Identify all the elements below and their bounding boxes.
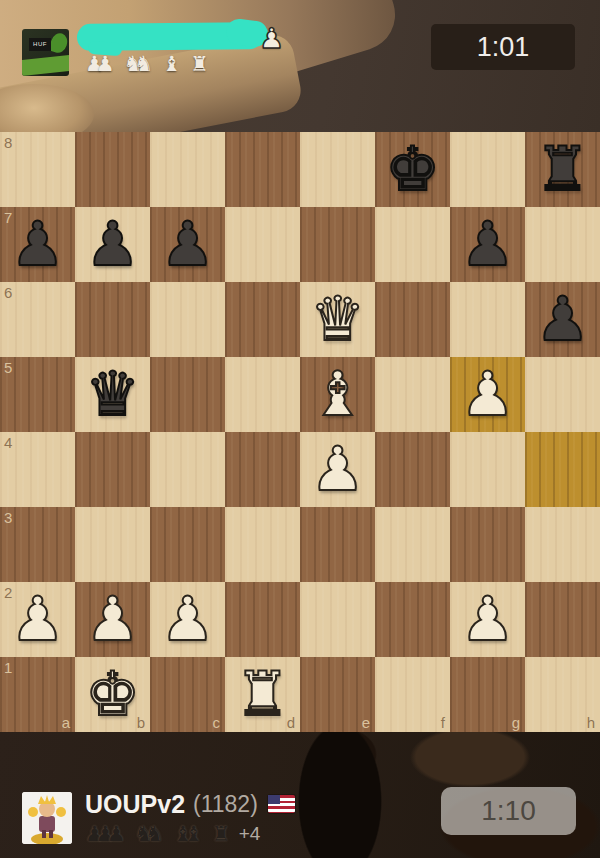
- player-captured-p-icon: ♟: [107, 820, 126, 848]
- square-g7[interactable]: ♟: [450, 207, 525, 282]
- square-b1[interactable]: b♚: [75, 657, 150, 732]
- square-e3[interactable]: [300, 507, 375, 582]
- square-g8[interactable]: [450, 132, 525, 207]
- square-h1[interactable]: h: [525, 657, 600, 732]
- opponent-bar: HUF ♟ ♟♟♞♞♝♜ 1:01: [0, 0, 600, 132]
- player-captured-n-icon: ♞: [145, 820, 164, 848]
- square-b4[interactable]: [75, 432, 150, 507]
- king-character-avatar: [22, 792, 72, 844]
- square-e2[interactable]: [300, 582, 375, 657]
- square-c7[interactable]: ♟: [150, 207, 225, 282]
- square-h3[interactable]: [525, 507, 600, 582]
- file-label-g: g: [512, 714, 520, 731]
- square-b6[interactable]: [75, 282, 150, 357]
- square-b8[interactable]: [75, 132, 150, 207]
- square-c2[interactable]: ♟: [150, 582, 225, 657]
- square-c5[interactable]: [150, 357, 225, 432]
- square-h7[interactable]: [525, 207, 600, 282]
- piece-white-p-g2[interactable]: ♟: [450, 582, 525, 657]
- square-f8[interactable]: ♚: [375, 132, 450, 207]
- piece-black-q-b5[interactable]: ♛: [75, 357, 150, 432]
- rank-label-1: 1: [4, 659, 12, 676]
- us-flag-icon: [268, 795, 295, 813]
- square-f5[interactable]: [375, 357, 450, 432]
- piece-black-r-h8[interactable]: ♜: [525, 132, 600, 207]
- piece-white-p-b2[interactable]: ♟: [75, 582, 150, 657]
- square-c3[interactable]: [150, 507, 225, 582]
- square-g4[interactable]: [450, 432, 525, 507]
- square-h8[interactable]: ♜: [525, 132, 600, 207]
- square-d3[interactable]: [225, 507, 300, 582]
- square-e1[interactable]: e: [300, 657, 375, 732]
- piece-black-p-c7[interactable]: ♟: [150, 207, 225, 282]
- square-a3[interactable]: 3: [0, 507, 75, 582]
- rank-label-5: 5: [4, 359, 12, 376]
- material-advantage: +4: [239, 823, 261, 845]
- square-h2[interactable]: [525, 582, 600, 657]
- square-e4[interactable]: ♟: [300, 432, 375, 507]
- rank-label-8: 8: [4, 134, 12, 151]
- square-g6[interactable]: [450, 282, 525, 357]
- player-clock: 1:10: [441, 787, 576, 835]
- file-label-h: h: [587, 714, 595, 731]
- opponent-captured-pieces: ♟♟♞♞♝♜: [85, 49, 209, 79]
- square-g5[interactable]: ♟: [450, 357, 525, 432]
- square-b7[interactable]: ♟: [75, 207, 150, 282]
- square-e7[interactable]: [300, 207, 375, 282]
- piece-black-p-g7[interactable]: ♟: [450, 207, 525, 282]
- square-f6[interactable]: [375, 282, 450, 357]
- chess-board[interactable]: 8♚♜7♟♟♟♟6♛♟5♛♝♟4♟32♟♟♟♟1ab♚cd♜efgh: [0, 132, 600, 732]
- square-d8[interactable]: [225, 132, 300, 207]
- piece-black-p-b7[interactable]: ♟: [75, 207, 150, 282]
- square-h5[interactable]: [525, 357, 600, 432]
- square-f7[interactable]: [375, 207, 450, 282]
- piece-white-p-a2[interactable]: ♟: [0, 582, 75, 657]
- square-h6[interactable]: ♟: [525, 282, 600, 357]
- square-b3[interactable]: [75, 507, 150, 582]
- square-a8[interactable]: 8: [0, 132, 75, 207]
- square-f2[interactable]: [375, 582, 450, 657]
- piece-black-k-f8[interactable]: ♚: [375, 132, 450, 207]
- square-g2[interactable]: ♟: [450, 582, 525, 657]
- square-d7[interactable]: [225, 207, 300, 282]
- square-c8[interactable]: [150, 132, 225, 207]
- square-g3[interactable]: [450, 507, 525, 582]
- player-name[interactable]: UOUPv2: [85, 790, 185, 819]
- square-f4[interactable]: [375, 432, 450, 507]
- file-label-e: e: [362, 714, 370, 731]
- piece-white-b-e5[interactable]: ♝: [300, 357, 375, 432]
- square-f1[interactable]: f: [375, 657, 450, 732]
- white-pawn-icon: ♟: [259, 22, 284, 55]
- rank-label-3: 3: [4, 509, 12, 526]
- square-d6[interactable]: [225, 282, 300, 357]
- player-bar: UOUPv2 (1182) ♟♟♟♞♞♝♝♜+4 1:10: [0, 732, 600, 858]
- piece-white-p-c2[interactable]: ♟: [150, 582, 225, 657]
- square-a7[interactable]: 7♟: [0, 207, 75, 282]
- square-g1[interactable]: g: [450, 657, 525, 732]
- square-d1[interactable]: d♜: [225, 657, 300, 732]
- piece-white-r-d1[interactable]: ♜: [225, 657, 300, 732]
- piece-white-p-g5[interactable]: ♟: [450, 357, 525, 432]
- player-avatar[interactable]: [22, 792, 72, 844]
- square-d2[interactable]: [225, 582, 300, 657]
- square-e5[interactable]: ♝: [300, 357, 375, 432]
- file-label-a: a: [62, 714, 70, 731]
- opponent-captured-p-icon: ♟: [96, 50, 115, 78]
- square-d5[interactable]: [225, 357, 300, 432]
- file-label-f: f: [441, 714, 445, 731]
- avatar-leaf-shape: [48, 31, 69, 55]
- square-b5[interactable]: ♛: [75, 357, 150, 432]
- square-h4[interactable]: [525, 432, 600, 507]
- square-a1[interactable]: 1a: [0, 657, 75, 732]
- square-c6[interactable]: [150, 282, 225, 357]
- file-label-c: c: [213, 714, 221, 731]
- opponent-captured-r-icon: ♜: [190, 50, 209, 78]
- rank-label-6: 6: [4, 284, 12, 301]
- player-captured-b-icon: ♝: [184, 820, 203, 848]
- piece-black-p-h6[interactable]: ♟: [525, 282, 600, 357]
- square-e8[interactable]: [300, 132, 375, 207]
- avatar-text: HUF: [29, 38, 51, 51]
- square-c4[interactable]: [150, 432, 225, 507]
- piece-black-p-a7[interactable]: ♟: [0, 207, 75, 282]
- player-rating: (1182): [193, 791, 258, 818]
- player-captured-pieces: ♟♟♟♞♞♝♝♜+4: [85, 820, 260, 848]
- opponent-captured-b-icon: ♝: [162, 50, 181, 78]
- opponent-avatar[interactable]: HUF: [22, 29, 69, 76]
- square-a5[interactable]: 5: [0, 357, 75, 432]
- piece-white-p-e4[interactable]: ♟: [300, 432, 375, 507]
- square-c1[interactable]: c: [150, 657, 225, 732]
- rank-label-4: 4: [4, 434, 12, 451]
- square-e6[interactable]: ♛: [300, 282, 375, 357]
- piece-white-k-b1[interactable]: ♚: [75, 657, 150, 732]
- square-a6[interactable]: 6: [0, 282, 75, 357]
- piece-white-q-e6[interactable]: ♛: [300, 282, 375, 357]
- square-d4[interactable]: [225, 432, 300, 507]
- square-f3[interactable]: [375, 507, 450, 582]
- square-b2[interactable]: ♟: [75, 582, 150, 657]
- player-captured-r-icon: ♜: [212, 820, 231, 848]
- square-a2[interactable]: 2♟: [0, 582, 75, 657]
- opponent-captured-n-icon: ♞: [134, 50, 153, 78]
- avatar-green-band: [22, 55, 69, 76]
- opponent-clock: 1:01: [431, 24, 575, 70]
- square-a4[interactable]: 4: [0, 432, 75, 507]
